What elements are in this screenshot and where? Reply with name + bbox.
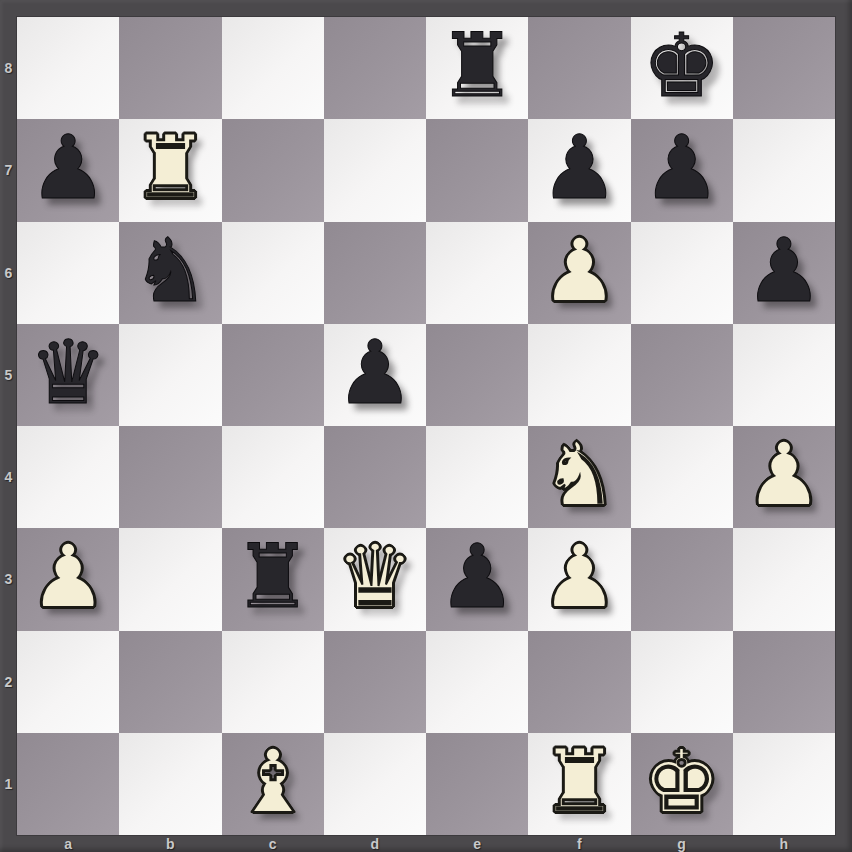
square-e2[interactable] <box>426 631 528 733</box>
square-b1[interactable] <box>119 733 221 835</box>
square-e6[interactable] <box>426 222 528 324</box>
square-e7[interactable] <box>426 119 528 221</box>
white-pawn-icon[interactable]: ♟ <box>540 533 619 621</box>
square-g5[interactable] <box>631 324 733 426</box>
black-king-icon[interactable]: ♚ <box>642 22 721 110</box>
rank-labels: 87654321 <box>0 17 17 835</box>
white-pawn-icon[interactable]: ♟ <box>29 533 108 621</box>
square-f1[interactable]: ♜ <box>528 733 630 835</box>
white-bishop-icon[interactable]: ♝ <box>233 738 312 826</box>
rank-label-5: 5 <box>0 324 17 426</box>
square-b5[interactable] <box>119 324 221 426</box>
rank-label-1: 1 <box>0 733 17 835</box>
square-g2[interactable] <box>631 631 733 733</box>
square-h8[interactable] <box>733 17 835 119</box>
square-d6[interactable] <box>324 222 426 324</box>
square-e3[interactable]: ♟ <box>426 528 528 630</box>
black-pawn-icon[interactable]: ♟ <box>642 124 721 212</box>
black-knight-icon[interactable]: ♞ <box>131 227 210 315</box>
square-f3[interactable]: ♟ <box>528 528 630 630</box>
white-knight-icon[interactable]: ♞ <box>540 431 619 519</box>
square-b3[interactable] <box>119 528 221 630</box>
black-rook-icon[interactable]: ♜ <box>233 533 312 621</box>
rank-label-6: 6 <box>0 222 17 324</box>
square-f6[interactable]: ♟ <box>528 222 630 324</box>
square-f4[interactable]: ♞ <box>528 426 630 528</box>
rank-label-8: 8 <box>0 17 17 119</box>
file-labels: abcdefgh <box>17 835 835 852</box>
file-label-d: d <box>324 835 426 852</box>
square-c1[interactable]: ♝ <box>222 733 324 835</box>
square-e1[interactable] <box>426 733 528 835</box>
square-a8[interactable] <box>17 17 119 119</box>
square-h7[interactable] <box>733 119 835 221</box>
square-c8[interactable] <box>222 17 324 119</box>
black-pawn-icon[interactable]: ♟ <box>335 329 414 417</box>
square-d5[interactable]: ♟ <box>324 324 426 426</box>
white-king-icon[interactable]: ♚ <box>642 738 721 826</box>
square-c6[interactable] <box>222 222 324 324</box>
square-b8[interactable] <box>119 17 221 119</box>
square-e8[interactable]: ♜ <box>426 17 528 119</box>
file-label-c: c <box>222 835 324 852</box>
square-g1[interactable]: ♚ <box>631 733 733 835</box>
white-pawn-icon[interactable]: ♟ <box>744 431 823 519</box>
square-d7[interactable] <box>324 119 426 221</box>
black-pawn-icon[interactable]: ♟ <box>438 533 517 621</box>
square-h3[interactable] <box>733 528 835 630</box>
white-pawn-icon[interactable]: ♟ <box>540 227 619 315</box>
square-h6[interactable]: ♟ <box>733 222 835 324</box>
white-rook-icon[interactable]: ♜ <box>131 124 210 212</box>
square-e5[interactable] <box>426 324 528 426</box>
file-label-f: f <box>528 835 630 852</box>
square-g3[interactable] <box>631 528 733 630</box>
square-f2[interactable] <box>528 631 630 733</box>
square-h1[interactable] <box>733 733 835 835</box>
white-rook-icon[interactable]: ♜ <box>540 738 619 826</box>
square-h2[interactable] <box>733 631 835 733</box>
square-d4[interactable] <box>324 426 426 528</box>
square-g6[interactable] <box>631 222 733 324</box>
black-pawn-icon[interactable]: ♟ <box>540 124 619 212</box>
square-a4[interactable] <box>17 426 119 528</box>
square-c3[interactable]: ♜ <box>222 528 324 630</box>
square-f7[interactable]: ♟ <box>528 119 630 221</box>
square-h4[interactable]: ♟ <box>733 426 835 528</box>
black-rook-icon[interactable]: ♜ <box>438 22 517 110</box>
file-label-a: a <box>17 835 119 852</box>
rank-label-7: 7 <box>0 119 17 221</box>
white-queen-icon[interactable]: ♛ <box>335 533 414 621</box>
square-d2[interactable] <box>324 631 426 733</box>
square-c7[interactable] <box>222 119 324 221</box>
square-c4[interactable] <box>222 426 324 528</box>
black-pawn-icon[interactable]: ♟ <box>29 124 108 212</box>
square-g4[interactable] <box>631 426 733 528</box>
square-d3[interactable]: ♛ <box>324 528 426 630</box>
file-label-e: e <box>426 835 528 852</box>
rank-label-4: 4 <box>0 426 17 528</box>
square-f8[interactable] <box>528 17 630 119</box>
square-b7[interactable]: ♜ <box>119 119 221 221</box>
square-d1[interactable] <box>324 733 426 835</box>
square-f5[interactable] <box>528 324 630 426</box>
square-b2[interactable] <box>119 631 221 733</box>
square-e4[interactable] <box>426 426 528 528</box>
square-a5[interactable]: ♛ <box>17 324 119 426</box>
square-b6[interactable]: ♞ <box>119 222 221 324</box>
square-a1[interactable] <box>17 733 119 835</box>
file-label-b: b <box>119 835 221 852</box>
chess-board-frame: 87654321 abcdefgh ♜♚♟♜♟♟♞♟♟♛♟♞♟♟♜♛♟♟♝♜♚ <box>0 0 852 852</box>
black-queen-icon[interactable]: ♛ <box>29 329 108 417</box>
square-a6[interactable] <box>17 222 119 324</box>
square-b4[interactable] <box>119 426 221 528</box>
rank-label-2: 2 <box>0 631 17 733</box>
square-d8[interactable] <box>324 17 426 119</box>
square-c2[interactable] <box>222 631 324 733</box>
square-g7[interactable]: ♟ <box>631 119 733 221</box>
file-label-h: h <box>733 835 835 852</box>
square-a3[interactable]: ♟ <box>17 528 119 630</box>
square-a2[interactable] <box>17 631 119 733</box>
chess-board: ♜♚♟♜♟♟♞♟♟♛♟♞♟♟♜♛♟♟♝♜♚ <box>17 17 835 835</box>
black-pawn-icon[interactable]: ♟ <box>744 227 823 315</box>
file-label-g: g <box>631 835 733 852</box>
square-a7[interactable]: ♟ <box>17 119 119 221</box>
square-g8[interactable]: ♚ <box>631 17 733 119</box>
square-h5[interactable] <box>733 324 835 426</box>
square-c5[interactable] <box>222 324 324 426</box>
rank-label-3: 3 <box>0 528 17 630</box>
